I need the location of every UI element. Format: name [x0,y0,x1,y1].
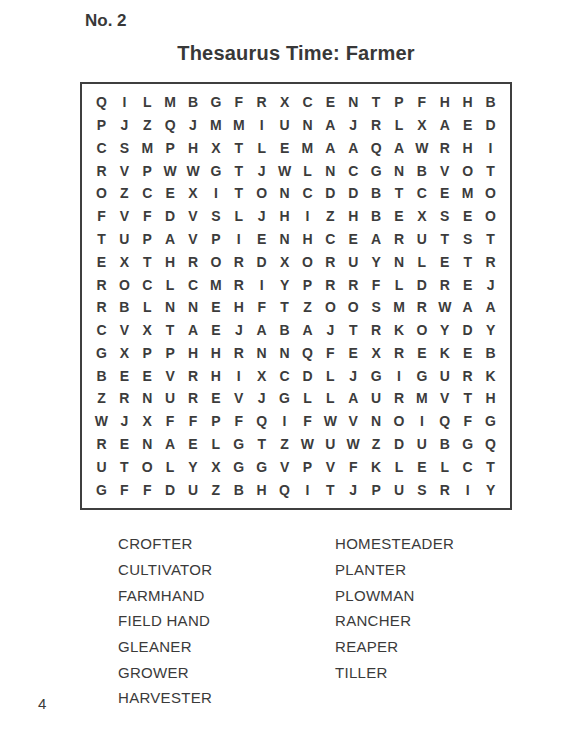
grid-cell[interactable]: R [456,364,479,387]
grid-cell[interactable]: E [456,114,479,137]
grid-cell[interactable]: F [227,91,250,114]
grid-cell[interactable]: D [319,182,342,205]
grid-cell[interactable]: T [227,159,250,182]
grid-cell[interactable]: O [204,250,227,273]
grid-cell[interactable]: G [273,387,296,410]
grid-cell[interactable]: O [388,410,411,433]
grid-cell[interactable]: W [159,159,182,182]
grid-cell[interactable]: W [296,433,319,456]
grid-cell[interactable]: E [204,387,227,410]
grid-cell[interactable]: B [227,478,250,501]
grid-cell[interactable]: F [365,273,388,296]
grid-cell[interactable]: T [136,250,159,273]
grid-cell[interactable]: A [182,319,205,342]
grid-cell[interactable]: E [113,433,136,456]
grid-cell[interactable]: G [204,91,227,114]
grid-cell[interactable]: N [273,182,296,205]
grid-cell[interactable]: E [159,182,182,205]
grid-cell[interactable]: T [479,228,502,251]
grid-cell[interactable]: L [319,387,342,410]
grid-cell[interactable]: W [90,410,113,433]
grid-cell[interactable]: P [159,342,182,365]
grid-cell[interactable]: S [433,205,456,228]
grid-cell[interactable]: R [479,250,502,273]
grid-cell[interactable]: Y [182,455,205,478]
grid-cell[interactable]: P [136,228,159,251]
grid-cell[interactable]: L [410,250,433,273]
grid-cell[interactable]: B [479,91,502,114]
grid-cell[interactable]: V [319,455,342,478]
grid-cell[interactable]: A [479,296,502,319]
grid-cell[interactable]: X [113,250,136,273]
grid-cell[interactable]: F [296,410,319,433]
grid-cell[interactable]: T [90,228,113,251]
grid-cell[interactable]: M [410,387,433,410]
grid-cell[interactable]: H [456,137,479,160]
grid-cell[interactable]: E [433,182,456,205]
grid-cell[interactable]: F [250,296,273,319]
grid-cell[interactable]: E [456,342,479,365]
grid-cell[interactable]: T [273,296,296,319]
grid-cell[interactable]: G [365,364,388,387]
grid-cell[interactable]: Z [113,182,136,205]
grid-cell[interactable]: L [159,455,182,478]
grid-cell[interactable]: G [227,433,250,456]
grid-cell[interactable]: U [182,478,205,501]
grid-cell[interactable]: H [342,205,365,228]
grid-cell[interactable]: F [410,91,433,114]
grid-cell[interactable]: N [136,433,159,456]
grid-cell[interactable]: E [342,228,365,251]
grid-cell[interactable]: I [273,410,296,433]
grid-cell[interactable]: B [479,342,502,365]
grid-cell[interactable]: G [204,159,227,182]
grid-cell[interactable]: M [136,137,159,160]
grid-cell[interactable]: C [136,273,159,296]
grid-cell[interactable]: U [113,228,136,251]
grid-cell[interactable]: T [479,455,502,478]
grid-cell[interactable]: N [182,296,205,319]
grid-cell[interactable]: N [388,250,411,273]
grid-cell[interactable]: F [227,410,250,433]
grid-cell[interactable]: I [479,137,502,160]
grid-cell[interactable]: O [410,319,433,342]
grid-cell[interactable]: J [250,387,273,410]
grid-cell[interactable]: R [388,342,411,365]
grid-cell[interactable]: X [113,342,136,365]
grid-cell[interactable]: O [342,296,365,319]
grid-cell[interactable]: T [250,433,273,456]
grid-cell[interactable]: B [273,319,296,342]
grid-cell[interactable]: R [342,273,365,296]
grid-cell[interactable]: C [296,91,319,114]
grid-cell[interactable]: G [90,342,113,365]
grid-cell[interactable]: V [113,205,136,228]
grid-cell[interactable]: F [90,205,113,228]
grid-cell[interactable]: J [342,114,365,137]
grid-cell[interactable]: R [433,273,456,296]
grid-cell[interactable]: A [159,228,182,251]
grid-cell[interactable]: Q [296,342,319,365]
grid-cell[interactable]: L [159,273,182,296]
grid-cell[interactable]: R [250,91,273,114]
grid-cell[interactable]: X [273,250,296,273]
grid-cell[interactable]: F [456,410,479,433]
grid-cell[interactable]: L [227,205,250,228]
grid-cell[interactable]: G [250,455,273,478]
grid-cell[interactable]: M [204,114,227,137]
grid-cell[interactable]: A [456,296,479,319]
grid-cell[interactable]: I [250,114,273,137]
grid-cell[interactable]: G [479,410,502,433]
grid-cell[interactable]: T [456,250,479,273]
grid-cell[interactable]: O [90,182,113,205]
grid-cell[interactable]: A [342,137,365,160]
grid-cell[interactable]: O [479,205,502,228]
grid-cell[interactable]: N [296,114,319,137]
grid-cell[interactable]: F [159,410,182,433]
grid-cell[interactable]: U [90,455,113,478]
grid-cell[interactable]: E [204,319,227,342]
grid-cell[interactable]: C [90,137,113,160]
grid-cell[interactable]: D [410,273,433,296]
grid-cell[interactable]: W [182,159,205,182]
grid-cell[interactable]: K [365,455,388,478]
grid-cell[interactable]: V [182,228,205,251]
grid-cell[interactable]: J [342,478,365,501]
grid-cell[interactable]: V [342,410,365,433]
grid-cell[interactable]: E [273,137,296,160]
grid-cell[interactable]: O [479,182,502,205]
grid-cell[interactable]: M [204,273,227,296]
grid-cell[interactable]: U [433,364,456,387]
grid-cell[interactable]: E [136,364,159,387]
grid-cell[interactable]: J [113,114,136,137]
grid-cell[interactable]: H [273,205,296,228]
grid-cell[interactable]: P [204,228,227,251]
grid-cell[interactable]: H [433,91,456,114]
grid-cell[interactable]: U [342,250,365,273]
grid-cell[interactable]: R [227,342,250,365]
grid-cell[interactable]: J [182,114,205,137]
grid-cell[interactable]: X [204,455,227,478]
grid-cell[interactable]: X [182,182,205,205]
grid-cell[interactable]: R [90,433,113,456]
grid-cell[interactable]: Q [433,410,456,433]
grid-cell[interactable]: P [136,159,159,182]
grid-cell[interactable]: I [204,182,227,205]
grid-cell[interactable]: P [159,137,182,160]
grid-cell[interactable]: K [433,342,456,365]
grid-cell[interactable]: P [388,91,411,114]
grid-cell[interactable]: Q [479,433,502,456]
grid-cell[interactable]: Q [273,478,296,501]
grid-cell[interactable]: R [319,273,342,296]
grid-cell[interactable]: N [159,296,182,319]
grid-cell[interactable]: U [365,387,388,410]
grid-cell[interactable]: F [136,478,159,501]
grid-cell[interactable]: Z [296,296,319,319]
grid-cell[interactable]: O [113,273,136,296]
grid-cell[interactable]: Z [273,433,296,456]
grid-cell[interactable]: Z [319,205,342,228]
grid-cell[interactable]: T [456,387,479,410]
grid-cell[interactable]: T [159,319,182,342]
grid-cell[interactable]: B [433,433,456,456]
grid-cell[interactable]: E [433,250,456,273]
grid-cell[interactable]: A [365,228,388,251]
grid-cell[interactable]: H [159,250,182,273]
grid-cell[interactable]: P [204,410,227,433]
grid-cell[interactable]: E [456,205,479,228]
grid-cell[interactable]: T [227,137,250,160]
grid-cell[interactable]: U [410,433,433,456]
grid-cell[interactable]: S [113,137,136,160]
grid-cell[interactable]: R [113,387,136,410]
grid-cell[interactable]: Y [273,273,296,296]
grid-cell[interactable]: R [388,387,411,410]
grid-cell[interactable]: P [296,455,319,478]
grid-cell[interactable]: T [227,182,250,205]
grid-cell[interactable]: X [204,137,227,160]
grid-cell[interactable]: Q [250,410,273,433]
grid-cell[interactable]: X [410,205,433,228]
grid-cell[interactable]: C [410,182,433,205]
grid-cell[interactable]: O [296,250,319,273]
grid-cell[interactable]: C [342,159,365,182]
grid-cell[interactable]: L [204,433,227,456]
grid-cell[interactable]: V [182,205,205,228]
grid-cell[interactable]: H [456,91,479,114]
grid-cell[interactable]: L [296,159,319,182]
grid-cell[interactable]: K [479,364,502,387]
grid-cell[interactable]: I [296,478,319,501]
grid-cell[interactable]: O [319,296,342,319]
grid-cell[interactable]: I [296,205,319,228]
grid-cell[interactable]: E [410,342,433,365]
grid-cell[interactable]: F [182,410,205,433]
grid-cell[interactable]: M [456,182,479,205]
grid-cell[interactable]: G [365,159,388,182]
grid-cell[interactable]: E [342,342,365,365]
grid-cell[interactable]: O [456,159,479,182]
grid-cell[interactable]: I [410,410,433,433]
grid-cell[interactable]: M [227,114,250,137]
grid-cell[interactable]: E [456,273,479,296]
grid-cell[interactable]: E [204,296,227,319]
grid-cell[interactable]: M [296,137,319,160]
grid-cell[interactable]: P [90,114,113,137]
grid-cell[interactable]: T [113,455,136,478]
grid-cell[interactable]: M [159,91,182,114]
grid-cell[interactable]: L [388,273,411,296]
grid-cell[interactable]: B [90,364,113,387]
grid-cell[interactable]: L [296,387,319,410]
grid-cell[interactable]: F [113,478,136,501]
grid-cell[interactable]: A [159,433,182,456]
grid-cell[interactable]: R [433,137,456,160]
grid-cell[interactable]: J [227,319,250,342]
grid-cell[interactable]: W [319,410,342,433]
grid-cell[interactable]: R [182,250,205,273]
grid-cell[interactable]: H [227,296,250,319]
grid-cell[interactable]: B [365,205,388,228]
grid-cell[interactable]: E [113,364,136,387]
grid-cell[interactable]: R [365,114,388,137]
grid-cell[interactable]: E [388,205,411,228]
grid-cell[interactable]: A [319,114,342,137]
grid-cell[interactable]: I [388,364,411,387]
grid-cell[interactable]: R [433,478,456,501]
grid-cell[interactable]: X [136,319,159,342]
grid-cell[interactable]: W [433,296,456,319]
grid-cell[interactable]: Y [365,250,388,273]
grid-cell[interactable]: T [479,159,502,182]
grid-cell[interactable]: O [136,455,159,478]
grid-cell[interactable]: X [250,364,273,387]
grid-cell[interactable]: J [319,319,342,342]
grid-cell[interactable]: H [250,478,273,501]
grid-cell[interactable]: L [136,91,159,114]
grid-cell[interactable]: Y [433,319,456,342]
grid-cell[interactable]: X [410,114,433,137]
grid-cell[interactable]: G [90,478,113,501]
grid-cell[interactable]: E [182,433,205,456]
grid-cell[interactable]: R [227,273,250,296]
grid-cell[interactable]: U [159,387,182,410]
grid-cell[interactable]: E [90,250,113,273]
grid-cell[interactable]: U [319,433,342,456]
grid-cell[interactable]: R [90,273,113,296]
grid-cell[interactable]: B [365,182,388,205]
grid-cell[interactable]: T [319,478,342,501]
grid-cell[interactable]: W [410,137,433,160]
grid-cell[interactable]: X [365,342,388,365]
grid-cell[interactable]: L [433,455,456,478]
grid-cell[interactable]: Q [90,91,113,114]
grid-cell[interactable]: J [342,364,365,387]
grid-cell[interactable]: M [388,296,411,319]
grid-cell[interactable]: J [250,159,273,182]
grid-cell[interactable]: L [136,296,159,319]
grid-cell[interactable]: U [410,228,433,251]
grid-cell[interactable]: C [90,319,113,342]
grid-cell[interactable]: D [479,114,502,137]
grid-cell[interactable]: D [159,205,182,228]
grid-cell[interactable]: W [342,433,365,456]
grid-cell[interactable]: N [273,228,296,251]
grid-cell[interactable]: R [388,228,411,251]
grid-cell[interactable]: P [296,273,319,296]
grid-cell[interactable]: R [365,319,388,342]
grid-cell[interactable]: W [273,159,296,182]
grid-cell[interactable]: A [296,319,319,342]
grid-cell[interactable]: T [388,182,411,205]
grid-cell[interactable]: J [113,410,136,433]
grid-cell[interactable]: X [273,91,296,114]
grid-cell[interactable]: G [227,455,250,478]
grid-cell[interactable]: J [250,205,273,228]
grid-cell[interactable]: S [365,296,388,319]
grid-cell[interactable]: B [410,159,433,182]
grid-cell[interactable]: I [227,228,250,251]
grid-cell[interactable]: R [90,296,113,319]
grid-cell[interactable]: Z [204,478,227,501]
grid-cell[interactable]: R [319,250,342,273]
grid-cell[interactable]: C [456,455,479,478]
grid-cell[interactable]: L [250,137,273,160]
grid-cell[interactable]: L [388,114,411,137]
grid-cell[interactable]: N [388,159,411,182]
grid-cell[interactable]: G [456,433,479,456]
grid-cell[interactable]: R [182,364,205,387]
grid-cell[interactable]: D [296,364,319,387]
grid-cell[interactable]: V [433,159,456,182]
grid-cell[interactable]: D [456,319,479,342]
grid-cell[interactable]: I [250,273,273,296]
grid-cell[interactable]: P [136,342,159,365]
grid-cell[interactable]: H [204,342,227,365]
grid-cell[interactable]: C [273,364,296,387]
grid-cell[interactable]: H [182,137,205,160]
grid-cell[interactable]: A [342,387,365,410]
grid-cell[interactable]: C [136,182,159,205]
grid-cell[interactable]: T [342,319,365,342]
grid-cell[interactable]: V [227,387,250,410]
grid-cell[interactable]: V [113,319,136,342]
grid-cell[interactable]: I [227,364,250,387]
grid-cell[interactable]: G [410,364,433,387]
grid-cell[interactable]: Z [365,433,388,456]
grid-cell[interactable]: A [433,114,456,137]
grid-cell[interactable]: H [479,387,502,410]
grid-cell[interactable]: V [113,159,136,182]
grid-cell[interactable]: R [90,159,113,182]
grid-cell[interactable]: U [273,114,296,137]
grid-cell[interactable]: D [250,250,273,273]
grid-cell[interactable]: J [479,273,502,296]
grid-cell[interactable]: I [113,91,136,114]
grid-cell[interactable]: S [456,228,479,251]
grid-cell[interactable]: R [227,250,250,273]
grid-cell[interactable]: E [319,91,342,114]
grid-cell[interactable]: D [159,478,182,501]
grid-cell[interactable]: L [319,364,342,387]
grid-cell[interactable]: N [136,387,159,410]
grid-cell[interactable]: T [365,91,388,114]
grid-cell[interactable]: Q [159,114,182,137]
grid-cell[interactable]: R [182,387,205,410]
grid-cell[interactable]: H [204,364,227,387]
grid-cell[interactable]: Q [365,137,388,160]
grid-cell[interactable]: Y [479,478,502,501]
grid-cell[interactable]: I [456,478,479,501]
grid-cell[interactable]: R [410,296,433,319]
grid-cell[interactable]: N [250,342,273,365]
grid-cell[interactable]: B [182,91,205,114]
grid-cell[interactable]: E [410,455,433,478]
grid-cell[interactable]: B [113,296,136,319]
grid-cell[interactable]: A [388,137,411,160]
grid-cell[interactable]: N [342,91,365,114]
grid-cell[interactable]: T [433,228,456,251]
grid-cell[interactable]: H [182,342,205,365]
grid-cell[interactable]: L [388,455,411,478]
grid-cell[interactable]: D [388,433,411,456]
grid-cell[interactable]: S [410,478,433,501]
grid-cell[interactable]: Y [479,319,502,342]
grid-cell[interactable]: C [319,228,342,251]
